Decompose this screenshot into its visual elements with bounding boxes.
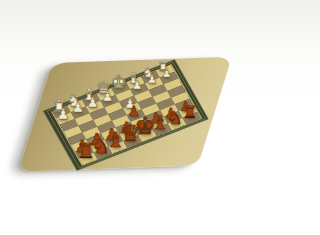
piece-white-pawn[interactable]: ♟	[87, 96, 99, 109]
piece-white-pawn[interactable]: ♟	[57, 107, 70, 121]
piece-white-pawn[interactable]: ♟	[162, 69, 172, 80]
piece-black-knight[interactable]: ♞	[167, 109, 183, 127]
piece-white-king[interactable]: ♚	[111, 74, 127, 92]
pieces-layer: ♜♞♝♛♚♝♞♜♟♟♟♟♟♟♟♟♟♟♟♟♟♟♟♟♜♞♝♛♚♝♞♜	[0, 0, 235, 235]
piece-white-pawn[interactable]: ♟	[132, 80, 143, 92]
piece-white-pawn[interactable]: ♟	[72, 101, 84, 115]
piece-black-rook[interactable]: ♜	[182, 104, 197, 121]
piece-black-rook[interactable]: ♜	[77, 141, 95, 162]
piece-white-pawn[interactable]: ♟	[102, 91, 113, 104]
piece-white-pawn[interactable]: ♟	[147, 74, 157, 85]
chess-photo-scene: ♜♞♝♛♚♝♞♜♟♟♟♟♟♟♟♟♟♟♟♟♟♟♟♟♜♞♝♛♚♝♞♜	[0, 0, 235, 235]
